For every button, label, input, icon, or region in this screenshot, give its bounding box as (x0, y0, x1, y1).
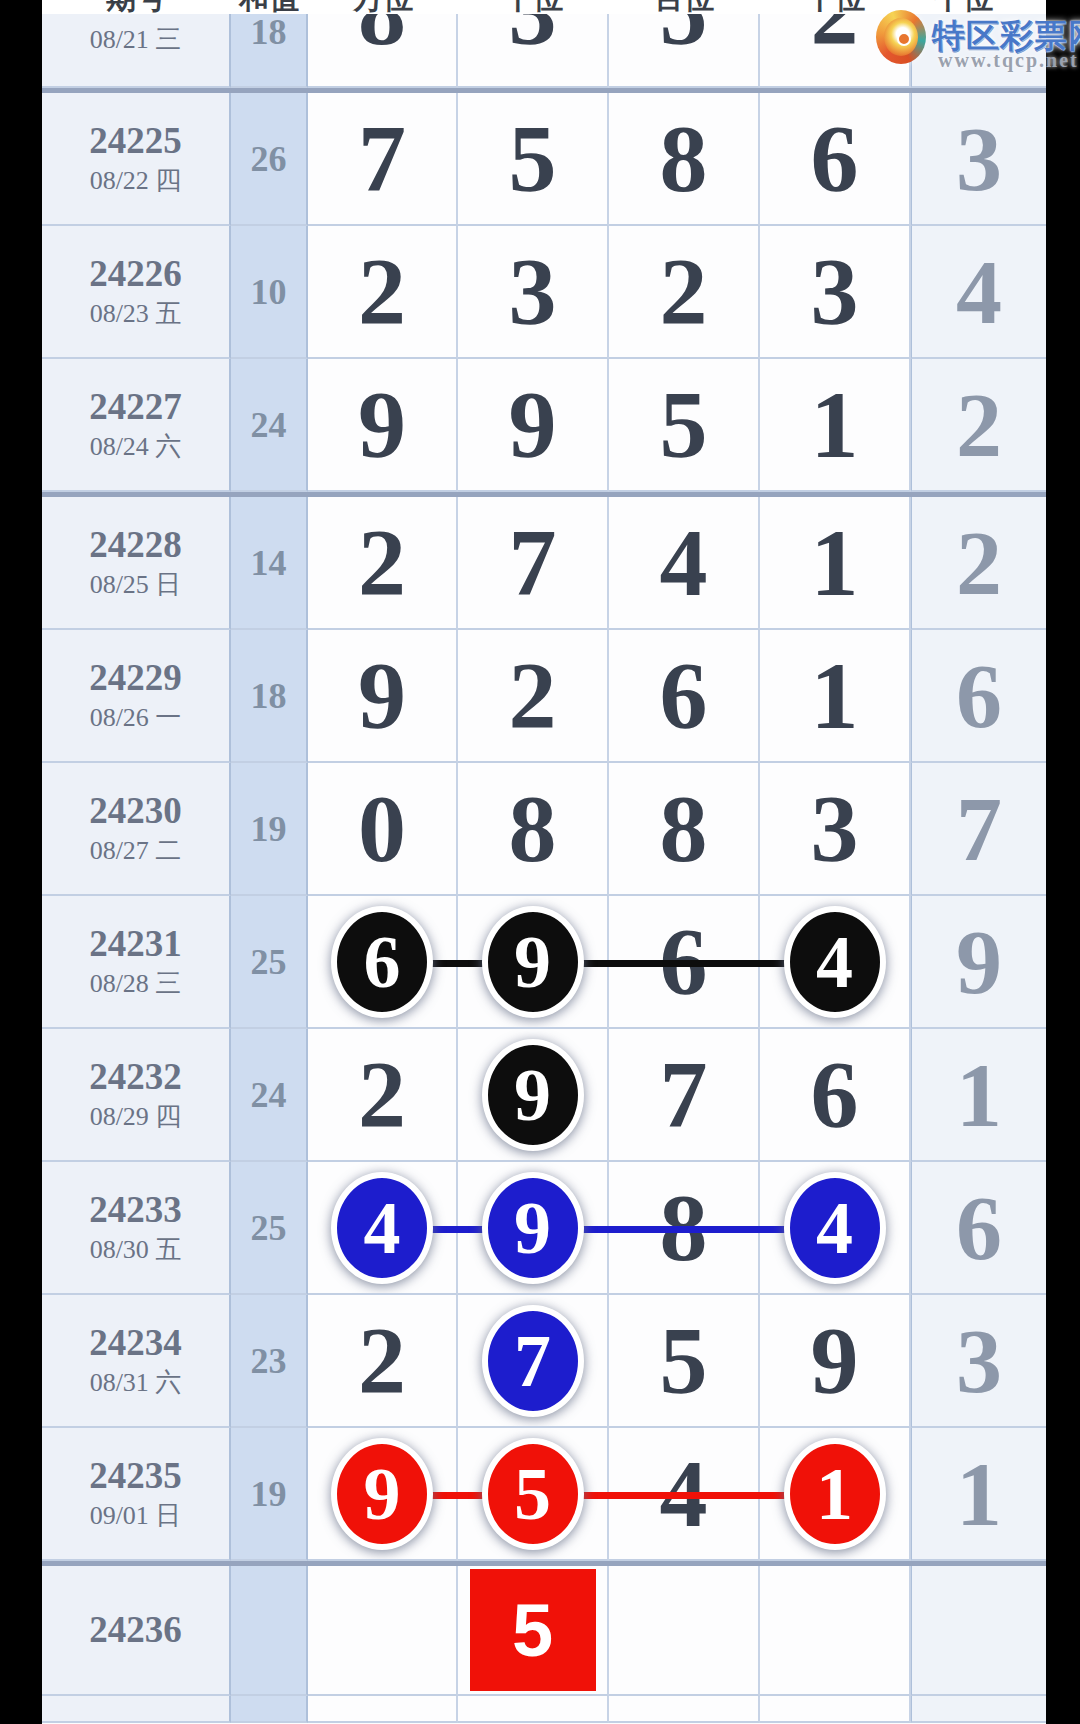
table-row: 2423509/01 日1995411 (42, 1428, 1046, 1561)
digit-cell: 9 (458, 359, 609, 492)
sum-cell: 24 (231, 359, 308, 492)
digit-value: 3 (509, 244, 557, 340)
digit-value: 2 (660, 244, 708, 340)
extra-digit-cell: 6 (911, 1162, 1046, 1295)
issue-date-cell: 2423008/27 二 (42, 763, 231, 896)
digit-cell: 5 (458, 93, 609, 226)
digit-cell: 6 (760, 1029, 911, 1162)
connector-line-black (383, 960, 836, 967)
sum-cell: 25 (231, 896, 308, 1029)
sum-value: 24 (251, 407, 287, 443)
table-row: 2423008/27 二1908837 (42, 763, 1046, 896)
logo-swirl-dot (897, 32, 911, 46)
circled-digit-red: 5 (482, 1438, 584, 1550)
digit-value: 3 (811, 781, 859, 877)
extra-digit-value: 3 (956, 1315, 1002, 1407)
digit-value: 7 (509, 515, 557, 611)
digit-value: 2 (358, 515, 406, 611)
extra-digit-value: 4 (956, 246, 1002, 338)
issue-date-cell: 24236 (42, 1566, 231, 1696)
draw-issue: 24229 (89, 658, 182, 699)
sum-cell: 24 (231, 1029, 308, 1162)
issue-date-cell: 2422608/23 五 (42, 226, 231, 359)
draw-date: 08/28 三 (90, 968, 182, 999)
extra-digit-cell: 9 (911, 896, 1046, 1029)
extra-digit-cell: 3 (911, 1295, 1046, 1428)
digit-cell: 4 (609, 497, 760, 630)
digit-cell: 3 (458, 14, 609, 88)
digit-value: 8 (660, 781, 708, 877)
digit-cell: 6 (609, 630, 760, 763)
draw-date: 08/27 二 (90, 835, 182, 866)
sum-cell: 18 (231, 14, 308, 88)
digit-cell: 5 (609, 359, 760, 492)
issue-date-cell (42, 1696, 231, 1723)
digit-value: 9 (811, 1313, 859, 1409)
draw-date: 08/29 四 (90, 1101, 182, 1132)
draw-date: 09/01 日 (90, 1500, 182, 1531)
issue-date-cell: 2423208/29 四 (42, 1029, 231, 1162)
digit-cell: 9 (308, 359, 458, 492)
sum-cell: 10 (231, 226, 308, 359)
digit-value: 3 (811, 244, 859, 340)
draw-date: 08/21 三 (90, 24, 182, 55)
digit-cell: 9 (760, 1295, 911, 1428)
extra-digit-value: 6 (956, 650, 1002, 742)
digit-cell: 1 (760, 630, 911, 763)
digit-value: 8 (358, 14, 406, 60)
digit-cell: 7 (308, 93, 458, 226)
digit-value: 2 (358, 1313, 406, 1409)
digit-value: 1 (811, 515, 859, 611)
digit-cell (458, 1696, 609, 1723)
extra-digit-value: 7 (956, 783, 1002, 875)
extra-digit-cell: 1 (911, 1029, 1046, 1162)
digit-value: 4 (660, 515, 708, 611)
draw-date: 08/23 五 (90, 298, 182, 329)
extra-digit-value: 1 (956, 1049, 1002, 1141)
extra-digit-cell: 7 (911, 763, 1046, 896)
issue-date-cell: 2422708/24 六 (42, 359, 231, 492)
digit-cell: 9 (308, 630, 458, 763)
draw-date: 08/31 六 (90, 1367, 182, 1398)
sum-value: 24 (251, 1077, 287, 1113)
digit-cell: 8 (308, 14, 458, 88)
draw-date: 08/26 一 (90, 702, 182, 733)
digit-cell (760, 1566, 911, 1696)
digit-cell: 7 (458, 1295, 609, 1428)
extra-digit-cell: 1 (911, 1428, 1046, 1561)
table-row: 2422608/23 五1023234 (42, 226, 1046, 359)
sum-cell: 18 (231, 630, 308, 763)
extra-digit-value: 3 (956, 113, 1002, 205)
issue-date-cell: 2422908/26 一 (42, 630, 231, 763)
sum-value: 23 (251, 1343, 287, 1379)
digit-value: 2 (811, 14, 859, 60)
circled-digit-blue: 4 (784, 1172, 886, 1284)
circled-digit-blue: 9 (482, 1172, 584, 1284)
column-header: 期号 (106, 0, 166, 14)
sum-cell (231, 1566, 308, 1696)
draw-issue: 24233 (89, 1190, 182, 1231)
table-row: 2423408/31 六2327593 (42, 1295, 1046, 1428)
sum-value: 10 (251, 274, 287, 310)
sum-value: 14 (251, 545, 287, 581)
column-header: 百位 (654, 0, 714, 14)
circled-digit-black: 6 (331, 906, 433, 1018)
draw-issue: 24230 (89, 791, 182, 832)
issue-date-cell: 2423509/01 日 (42, 1428, 231, 1561)
issue-date-cell: 08/21 三 (42, 14, 231, 88)
sum-cell (231, 1696, 308, 1723)
circled-digit-red: 9 (331, 1438, 433, 1550)
circled-digit-black: 9 (482, 1039, 584, 1151)
column-header: 和值 (239, 0, 299, 14)
sum-value: 18 (251, 678, 287, 714)
draw-issue: 24228 (89, 525, 182, 566)
sum-value: 18 (251, 14, 287, 50)
digit-cell: 3 (760, 226, 911, 359)
digit-value: 9 (509, 377, 557, 473)
digit-cell: 7 (609, 1029, 760, 1162)
extra-digit-cell: 3 (911, 93, 1046, 226)
prediction-square: 5 (470, 1569, 596, 1691)
digit-cell: 0 (308, 763, 458, 896)
digit-cell (308, 1566, 458, 1696)
digit-value: 2 (509, 648, 557, 744)
logo-swirl-icon (876, 10, 926, 64)
digit-value: 9 (358, 377, 406, 473)
extra-digit-cell: 2 (911, 359, 1046, 492)
digit-value: 6 (811, 1047, 859, 1143)
sum-value: 25 (251, 944, 287, 980)
table-row: 2422708/24 六2499512 (42, 359, 1046, 492)
digit-value: 5 (509, 111, 557, 207)
extra-digit-value: 9 (956, 916, 1002, 1008)
table-row-partial-bottom (42, 1696, 1046, 1723)
table-row: 2422908/26 一1892616 (42, 630, 1046, 763)
extra-digit-cell: 2 (911, 497, 1046, 630)
digit-cell: 2 (609, 226, 760, 359)
column-header: 千位 (503, 0, 563, 14)
site-logo[interactable]: 特区彩票网 www.tqcp.net (872, 6, 1080, 70)
sum-value: 25 (251, 1210, 287, 1246)
circled-digit-red: 1 (784, 1438, 886, 1550)
issue-date-cell: 2423308/30 五 (42, 1162, 231, 1295)
circled-digit-blue: 7 (482, 1305, 584, 1417)
digit-value: 1 (811, 648, 859, 744)
sum-cell: 25 (231, 1162, 308, 1295)
digit-cell: 2 (458, 630, 609, 763)
issue-date-cell: 2422808/25 日 (42, 497, 231, 630)
digit-cell (308, 1696, 458, 1723)
digit-value: 6 (811, 111, 859, 207)
draw-date: 08/30 五 (90, 1234, 182, 1265)
draw-issue: 24232 (89, 1057, 182, 1098)
digit-value: 3 (509, 14, 557, 60)
draw-issue: 24225 (89, 121, 182, 162)
digit-cell: 8 (458, 763, 609, 896)
circled-digit-black: 4 (784, 906, 886, 1018)
extra-digit-value: 2 (956, 379, 1002, 471)
table-row: 2423308/30 五2549846 (42, 1162, 1046, 1295)
extra-digit-cell (911, 1696, 1046, 1723)
sum-cell: 19 (231, 1428, 308, 1561)
table-row-next-draw: 242365 (42, 1566, 1046, 1696)
extra-digit-value: 1 (956, 1448, 1002, 1540)
digit-value: 8 (509, 781, 557, 877)
issue-date-cell: 2423108/28 三 (42, 896, 231, 1029)
digit-cell: 3 (458, 226, 609, 359)
draw-issue: 24231 (89, 924, 182, 965)
sum-value: 19 (251, 811, 287, 847)
digit-value: 2 (358, 244, 406, 340)
digit-cell: 1 (760, 359, 911, 492)
digit-value: 1 (811, 377, 859, 473)
connector-line-red (383, 1492, 836, 1499)
draw-issue: 24226 (89, 254, 182, 295)
digit-value: 7 (660, 1047, 708, 1143)
extra-digit-value: 6 (956, 1182, 1002, 1274)
draw-issue: 24235 (89, 1456, 182, 1497)
extra-digit-cell (911, 1566, 1046, 1696)
digit-cell: 1 (760, 497, 911, 630)
digit-cell: 2 (308, 1295, 458, 1428)
table-row: 2423208/29 四2429761 (42, 1029, 1046, 1162)
digit-value: 7 (358, 111, 406, 207)
connector-line-blue (383, 1226, 836, 1233)
digit-cell: 8 (609, 763, 760, 896)
digit-value: 0 (358, 781, 406, 877)
extra-digit-cell: 6 (911, 630, 1046, 763)
trend-table: 期号和值万位千位百位十位个位 08/21 三1883522422508/22 四… (42, 0, 1046, 1724)
issue-date-cell: 2422508/22 四 (42, 93, 231, 226)
sum-value: 26 (251, 141, 287, 177)
digit-cell: 2 (308, 226, 458, 359)
lottery-trend-chart-screenshot: 期号和值万位千位百位十位个位 08/21 三1883522422508/22 四… (0, 0, 1080, 1724)
digit-cell (609, 1566, 760, 1696)
extra-digit-cell: 4 (911, 226, 1046, 359)
sum-cell: 14 (231, 497, 308, 630)
digit-cell: 5 (609, 1295, 760, 1428)
draw-date: 08/25 日 (90, 569, 182, 600)
circled-digit-black: 9 (482, 906, 584, 1018)
digit-value: 5 (660, 377, 708, 473)
digit-cell (609, 1696, 760, 1723)
column-header: 十位 (805, 0, 865, 14)
column-header: 万位 (353, 0, 413, 14)
sum-cell: 19 (231, 763, 308, 896)
draw-issue: 24234 (89, 1323, 182, 1364)
sum-cell: 26 (231, 93, 308, 226)
digit-cell: 2 (308, 1029, 458, 1162)
draw-date: 08/24 六 (90, 431, 182, 462)
digit-cell: 3 (760, 763, 911, 896)
digit-value: 6 (660, 648, 708, 744)
digit-value: 5 (660, 1313, 708, 1409)
digit-cell: 5 (609, 14, 760, 88)
table-row: 2422808/25 日1427412 (42, 497, 1046, 630)
digit-cell: 6 (760, 93, 911, 226)
digit-value: 2 (358, 1047, 406, 1143)
sum-cell: 23 (231, 1295, 308, 1428)
sum-value: 19 (251, 1476, 287, 1512)
site-url: www.tqcp.net (938, 49, 1079, 72)
digit-cell: 7 (458, 497, 609, 630)
draw-date: 08/22 四 (90, 165, 182, 196)
digit-cell: 9 (458, 1029, 609, 1162)
digit-value: 8 (660, 111, 708, 207)
digit-value: 5 (660, 14, 708, 60)
draw-issue: 24227 (89, 387, 182, 428)
table-row: 2423108/28 三2569649 (42, 896, 1046, 1029)
circled-digit-blue: 4 (331, 1172, 433, 1284)
table-row: 2422508/22 四2675863 (42, 93, 1046, 226)
digit-cell (760, 1696, 911, 1723)
digit-cell: 2 (308, 497, 458, 630)
issue-date-cell: 2423408/31 六 (42, 1295, 231, 1428)
digit-cell: 5 (458, 1566, 609, 1696)
extra-digit-value: 2 (956, 517, 1002, 609)
draw-issue: 24236 (89, 1610, 182, 1651)
digit-value: 9 (358, 648, 406, 744)
digit-cell: 8 (609, 93, 760, 226)
